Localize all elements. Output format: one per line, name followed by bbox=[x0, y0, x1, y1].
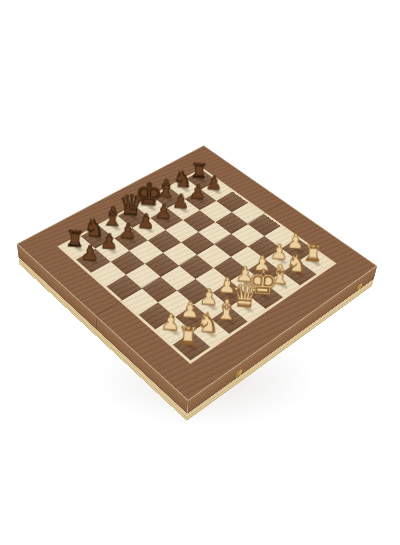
brass-latch bbox=[235, 368, 242, 378]
piece-black-pawn: ♟ bbox=[136, 211, 155, 232]
piece-black-pawn: ♟ bbox=[171, 192, 189, 212]
piece-black-pawn: ♟ bbox=[80, 242, 100, 264]
product-photo: ♜♟♟♜♞♟♟♞♝♟♟♝♚♟♟♚♛♟♟♛♝♟♟♝♞♟♟♞♜♟♟♜ bbox=[0, 0, 400, 545]
piece-black-pawn: ♟ bbox=[118, 221, 137, 242]
brass-latch bbox=[356, 282, 363, 291]
piece-black-pawn: ♟ bbox=[205, 173, 223, 193]
fold-seam-side bbox=[96, 316, 97, 330]
piece-black-pawn: ♟ bbox=[154, 201, 173, 221]
piece-black-pawn: ♟ bbox=[188, 182, 206, 202]
piece-white-rook: ♜ bbox=[176, 324, 199, 350]
piece-black-pawn: ♟ bbox=[99, 231, 118, 252]
square-g4 bbox=[231, 224, 264, 246]
